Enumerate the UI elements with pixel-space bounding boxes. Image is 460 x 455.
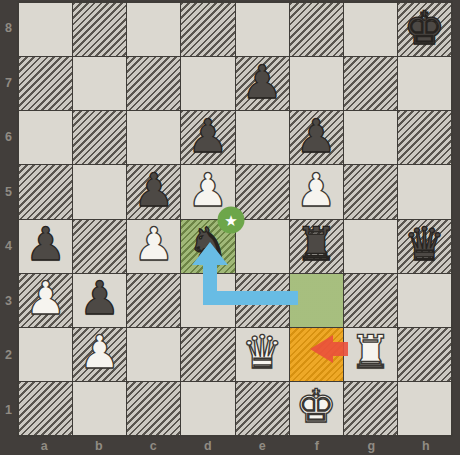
rank-label-6: 6 — [0, 110, 17, 165]
square-f4[interactable]: ♜ — [290, 220, 343, 273]
square-e5[interactable] — [236, 165, 289, 218]
square-g4[interactable] — [344, 220, 397, 273]
square-b1[interactable] — [73, 382, 126, 435]
square-d4[interactable]: ♞ — [181, 220, 234, 273]
square-g1[interactable] — [344, 382, 397, 435]
square-c3[interactable] — [127, 274, 180, 327]
square-a6[interactable] — [19, 111, 72, 164]
chess-analysis-board: 87654321 ♚♟♟♟♟♟♟♟♟♞♜♛♟♟♟♛♜♚ abcdefgh ★ — [0, 0, 460, 455]
piece-white-rook-g2[interactable]: ♜ — [350, 329, 391, 375]
square-e4[interactable] — [236, 220, 289, 273]
rank-labels: 87654321 — [0, 1, 17, 437]
square-h5[interactable] — [398, 165, 451, 218]
piece-white-pawn-b2[interactable]: ♟ — [79, 329, 120, 375]
square-f6[interactable]: ♟ — [290, 111, 343, 164]
rank-label-5: 5 — [0, 165, 17, 220]
file-labels: abcdefgh — [17, 437, 453, 455]
square-f2[interactable] — [290, 328, 343, 381]
square-g2[interactable]: ♜ — [344, 328, 397, 381]
square-a7[interactable] — [19, 57, 72, 110]
square-d6[interactable]: ♟ — [181, 111, 234, 164]
rank-label-1: 1 — [0, 383, 17, 438]
piece-white-pawn-a3[interactable]: ♟ — [25, 275, 66, 321]
piece-black-rook-f4[interactable]: ♜ — [296, 221, 337, 267]
square-f8[interactable] — [290, 3, 343, 56]
square-h8[interactable]: ♚ — [398, 3, 451, 56]
square-e2[interactable]: ♛ — [236, 328, 289, 381]
piece-white-pawn-c4[interactable]: ♟ — [133, 221, 174, 267]
square-d1[interactable] — [181, 382, 234, 435]
piece-white-queen-e2[interactable]: ♛ — [241, 329, 282, 375]
square-a4[interactable]: ♟ — [19, 220, 72, 273]
square-a5[interactable] — [19, 165, 72, 218]
piece-black-pawn-a4[interactable]: ♟ — [25, 221, 66, 267]
file-label-d: d — [181, 437, 236, 455]
square-c1[interactable] — [127, 382, 180, 435]
square-b8[interactable] — [73, 3, 126, 56]
square-a8[interactable] — [19, 3, 72, 56]
square-a1[interactable] — [19, 382, 72, 435]
piece-black-pawn-e7[interactable]: ♟ — [241, 59, 282, 105]
chess-board[interactable]: ♚♟♟♟♟♟♟♟♟♞♜♛♟♟♟♛♜♚ — [17, 1, 453, 437]
file-label-b: b — [72, 437, 127, 455]
piece-black-pawn-f6[interactable]: ♟ — [296, 113, 337, 159]
square-c4[interactable]: ♟ — [127, 220, 180, 273]
piece-black-pawn-c5[interactable]: ♟ — [133, 167, 174, 213]
square-b3[interactable]: ♟ — [73, 274, 126, 327]
file-label-e: e — [235, 437, 290, 455]
square-b7[interactable] — [73, 57, 126, 110]
square-b4[interactable] — [73, 220, 126, 273]
square-g5[interactable] — [344, 165, 397, 218]
square-e6[interactable] — [236, 111, 289, 164]
square-d5[interactable]: ♟ — [181, 165, 234, 218]
square-c8[interactable] — [127, 3, 180, 56]
square-a2[interactable] — [19, 328, 72, 381]
square-h1[interactable] — [398, 382, 451, 435]
square-a3[interactable]: ♟ — [19, 274, 72, 327]
piece-black-pawn-d6[interactable]: ♟ — [187, 113, 228, 159]
square-f7[interactable] — [290, 57, 343, 110]
square-b5[interactable] — [73, 165, 126, 218]
square-b2[interactable]: ♟ — [73, 328, 126, 381]
square-h7[interactable] — [398, 57, 451, 110]
square-e7[interactable]: ♟ — [236, 57, 289, 110]
piece-white-pawn-f5[interactable]: ♟ — [296, 167, 337, 213]
piece-black-pawn-b3[interactable]: ♟ — [79, 275, 120, 321]
file-label-h: h — [399, 437, 454, 455]
square-d7[interactable] — [181, 57, 234, 110]
square-d2[interactable] — [181, 328, 234, 381]
piece-white-pawn-d5[interactable]: ♟ — [187, 167, 228, 213]
rank-label-4: 4 — [0, 219, 17, 274]
file-label-a: a — [17, 437, 72, 455]
file-label-g: g — [344, 437, 399, 455]
square-h2[interactable] — [398, 328, 451, 381]
square-c2[interactable] — [127, 328, 180, 381]
square-d8[interactable] — [181, 3, 234, 56]
square-e1[interactable] — [236, 382, 289, 435]
square-g7[interactable] — [344, 57, 397, 110]
square-e3[interactable] — [236, 274, 289, 327]
rank-label-8: 8 — [0, 1, 17, 56]
file-label-f: f — [290, 437, 345, 455]
square-c5[interactable]: ♟ — [127, 165, 180, 218]
square-g8[interactable] — [344, 3, 397, 56]
square-f3[interactable] — [290, 274, 343, 327]
file-label-c: c — [126, 437, 181, 455]
piece-black-queen-h4[interactable]: ♛ — [404, 221, 445, 267]
rank-label-7: 7 — [0, 56, 17, 111]
square-g6[interactable] — [344, 111, 397, 164]
square-f5[interactable]: ♟ — [290, 165, 343, 218]
square-h3[interactable] — [398, 274, 451, 327]
square-d3[interactable] — [181, 274, 234, 327]
square-b6[interactable] — [73, 111, 126, 164]
square-h4[interactable]: ♛ — [398, 220, 451, 273]
square-c7[interactable] — [127, 57, 180, 110]
square-c6[interactable] — [127, 111, 180, 164]
piece-black-king-h8[interactable]: ♚ — [404, 5, 445, 51]
square-g3[interactable] — [344, 274, 397, 327]
piece-black-knight-d4[interactable]: ♞ — [187, 221, 228, 267]
square-h6[interactable] — [398, 111, 451, 164]
rank-label-2: 2 — [0, 328, 17, 383]
rank-label-3: 3 — [0, 274, 17, 329]
piece-white-king-f1[interactable]: ♚ — [296, 383, 337, 429]
square-e8[interactable] — [236, 3, 289, 56]
square-f1[interactable]: ♚ — [290, 382, 343, 435]
